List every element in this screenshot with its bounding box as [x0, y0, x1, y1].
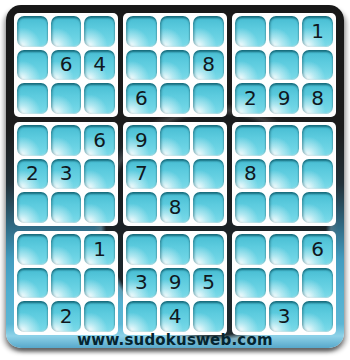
box-1-2: 86 — [123, 13, 227, 117]
cell-r5c2[interactable]: 3 — [51, 159, 82, 190]
cell-r4c3[interactable]: 6 — [84, 125, 115, 156]
cell-r7c1[interactable] — [17, 234, 48, 265]
cell-r6c8[interactable] — [269, 192, 300, 223]
cell-r4c9[interactable] — [302, 125, 333, 156]
cell-r5c8[interactable] — [269, 159, 300, 190]
cell-r5c4[interactable]: 7 — [126, 159, 157, 190]
cell-r3c9[interactable]: 8 — [302, 83, 333, 114]
cell-r8c8[interactable] — [269, 268, 300, 299]
cell-r5c1[interactable]: 2 — [17, 159, 48, 190]
cell-r2c9[interactable] — [302, 50, 333, 81]
cell-r8c3[interactable] — [84, 268, 115, 299]
cell-r4c1[interactable] — [17, 125, 48, 156]
cell-r7c7[interactable] — [235, 234, 266, 265]
cell-r9c6[interactable] — [193, 301, 224, 332]
cell-r1c1[interactable] — [17, 16, 48, 47]
cell-r1c7[interactable] — [235, 16, 266, 47]
cell-r4c8[interactable] — [269, 125, 300, 156]
cell-r9c9[interactable] — [302, 301, 333, 332]
cell-r3c6[interactable] — [193, 83, 224, 114]
cell-r2c8[interactable] — [269, 50, 300, 81]
box-1-1: 64 — [14, 13, 118, 117]
cell-r8c2[interactable] — [51, 268, 82, 299]
cell-r2c1[interactable] — [17, 50, 48, 81]
cell-r2c4[interactable] — [126, 50, 157, 81]
cell-r7c3[interactable]: 1 — [84, 234, 115, 265]
cell-r1c4[interactable] — [126, 16, 157, 47]
cell-r8c9[interactable] — [302, 268, 333, 299]
sudoku-board: 64861298623978812395463 — [14, 13, 336, 335]
cell-r7c9[interactable]: 6 — [302, 234, 333, 265]
cell-r6c2[interactable] — [51, 192, 82, 223]
box-3-2: 3954 — [123, 231, 227, 335]
cell-r9c1[interactable] — [17, 301, 48, 332]
cell-r8c6[interactable]: 5 — [193, 268, 224, 299]
box-3-3: 63 — [232, 231, 336, 335]
cell-r3c7[interactable]: 2 — [235, 83, 266, 114]
cell-r7c4[interactable] — [126, 234, 157, 265]
cell-r3c2[interactable] — [51, 83, 82, 114]
cell-r1c3[interactable] — [84, 16, 115, 47]
board-frame: 64861298623978812395463 www.sudokusweb.c… — [6, 5, 344, 348]
cell-r2c7[interactable] — [235, 50, 266, 81]
cell-r3c8[interactable]: 9 — [269, 83, 300, 114]
cell-r6c9[interactable] — [302, 192, 333, 223]
cell-r1c5[interactable] — [160, 16, 191, 47]
cell-r1c9[interactable]: 1 — [302, 16, 333, 47]
box-2-1: 623 — [14, 122, 118, 226]
cell-r8c7[interactable] — [235, 268, 266, 299]
cell-r6c4[interactable] — [126, 192, 157, 223]
cell-r2c5[interactable] — [160, 50, 191, 81]
cell-r4c5[interactable] — [160, 125, 191, 156]
cell-r5c7[interactable]: 8 — [235, 159, 266, 190]
cell-r6c1[interactable] — [17, 192, 48, 223]
cell-r6c5[interactable]: 8 — [160, 192, 191, 223]
cell-r5c3[interactable] — [84, 159, 115, 190]
cell-r1c8[interactable] — [269, 16, 300, 47]
sudoku-page: 64861298623978812395463 www.sudokusweb.c… — [0, 0, 350, 360]
website-url: www.sudokusweb.com — [6, 334, 344, 347]
cell-r9c3[interactable] — [84, 301, 115, 332]
cell-r3c3[interactable] — [84, 83, 115, 114]
cell-r6c6[interactable] — [193, 192, 224, 223]
cell-r6c7[interactable] — [235, 192, 266, 223]
cell-r4c6[interactable] — [193, 125, 224, 156]
cell-r7c5[interactable] — [160, 234, 191, 265]
cell-r4c4[interactable]: 9 — [126, 125, 157, 156]
cell-r4c2[interactable] — [51, 125, 82, 156]
cell-r1c6[interactable] — [193, 16, 224, 47]
cell-r4c7[interactable] — [235, 125, 266, 156]
cell-r5c5[interactable] — [160, 159, 191, 190]
cell-r5c6[interactable] — [193, 159, 224, 190]
cell-r9c4[interactable] — [126, 301, 157, 332]
cell-r2c6[interactable]: 8 — [193, 50, 224, 81]
cell-r2c2[interactable]: 6 — [51, 50, 82, 81]
cell-r3c1[interactable] — [17, 83, 48, 114]
cell-r8c1[interactable] — [17, 268, 48, 299]
cell-r3c4[interactable]: 6 — [126, 83, 157, 114]
cell-r1c2[interactable] — [51, 16, 82, 47]
cell-r8c4[interactable]: 3 — [126, 268, 157, 299]
cell-r9c2[interactable]: 2 — [51, 301, 82, 332]
box-1-3: 1298 — [232, 13, 336, 117]
box-3-1: 12 — [14, 231, 118, 335]
cell-r7c8[interactable] — [269, 234, 300, 265]
cell-r9c8[interactable]: 3 — [269, 301, 300, 332]
cell-r7c2[interactable] — [51, 234, 82, 265]
cell-r2c3[interactable]: 4 — [84, 50, 115, 81]
cell-r9c7[interactable] — [235, 301, 266, 332]
box-2-3: 8 — [232, 122, 336, 226]
cell-r6c3[interactable] — [84, 192, 115, 223]
cell-r9c5[interactable]: 4 — [160, 301, 191, 332]
cell-r5c9[interactable] — [302, 159, 333, 190]
box-2-2: 978 — [123, 122, 227, 226]
cell-r7c6[interactable] — [193, 234, 224, 265]
cell-r3c5[interactable] — [160, 83, 191, 114]
cell-r8c5[interactable]: 9 — [160, 268, 191, 299]
